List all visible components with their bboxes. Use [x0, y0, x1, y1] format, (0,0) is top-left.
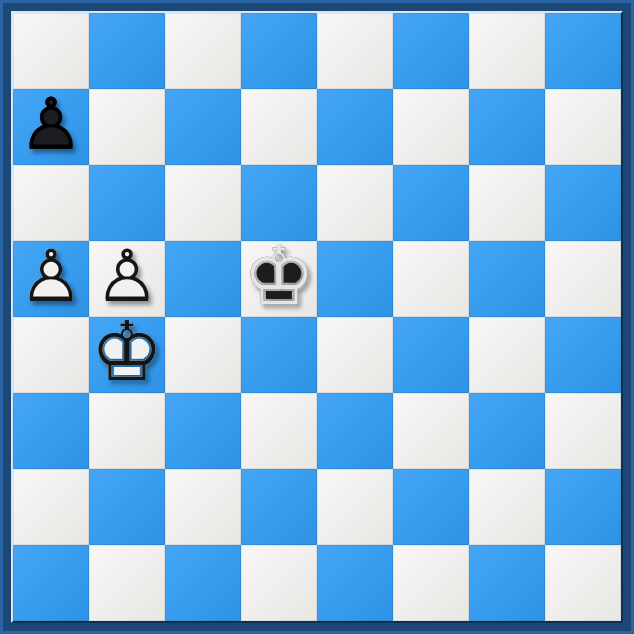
square-c6[interactable] — [165, 165, 241, 241]
square-f1[interactable] — [393, 545, 469, 621]
square-e7[interactable] — [317, 89, 393, 165]
square-d5[interactable]: ♚♔ — [241, 241, 317, 317]
square-b6[interactable] — [89, 165, 165, 241]
square-g1[interactable] — [469, 545, 545, 621]
square-c4[interactable] — [165, 317, 241, 393]
square-c8[interactable] — [165, 13, 241, 89]
black-king-outline-glyph: ♔ — [242, 235, 316, 317]
square-d3[interactable] — [241, 393, 317, 469]
square-e3[interactable] — [317, 393, 393, 469]
square-a5[interactable]: ♟♙ — [13, 241, 89, 317]
square-g5[interactable] — [469, 241, 545, 317]
square-a7[interactable]: ♟♙ — [13, 89, 89, 165]
square-f7[interactable] — [393, 89, 469, 165]
square-e1[interactable] — [317, 545, 393, 621]
square-b1[interactable] — [89, 545, 165, 621]
square-d8[interactable] — [241, 13, 317, 89]
square-a4[interactable] — [13, 317, 89, 393]
square-b2[interactable] — [89, 469, 165, 545]
square-g8[interactable] — [469, 13, 545, 89]
square-e5[interactable] — [317, 241, 393, 317]
square-a6[interactable] — [13, 165, 89, 241]
chess-board: ♟♙♟♙♟♙♚♔♚♔ — [11, 11, 623, 623]
square-g3[interactable] — [469, 393, 545, 469]
square-a8[interactable] — [13, 13, 89, 89]
square-g4[interactable] — [469, 317, 545, 393]
square-f3[interactable] — [393, 393, 469, 469]
square-c5[interactable] — [165, 241, 241, 317]
white-pawn-outline-glyph: ♙ — [95, 240, 160, 312]
square-a3[interactable] — [13, 393, 89, 469]
square-h2[interactable] — [545, 469, 621, 545]
piece-black-pawn-a7[interactable]: ♟♙ — [13, 89, 89, 165]
square-h8[interactable] — [545, 13, 621, 89]
square-h3[interactable] — [545, 393, 621, 469]
square-d7[interactable] — [241, 89, 317, 165]
square-c3[interactable] — [165, 393, 241, 469]
square-c1[interactable] — [165, 545, 241, 621]
board-frame: ♟♙♟♙♟♙♚♔♚♔ — [0, 0, 634, 634]
square-d2[interactable] — [241, 469, 317, 545]
square-h4[interactable] — [545, 317, 621, 393]
square-f8[interactable] — [393, 13, 469, 89]
square-g7[interactable] — [469, 89, 545, 165]
square-h6[interactable] — [545, 165, 621, 241]
square-b3[interactable] — [89, 393, 165, 469]
square-c7[interactable] — [165, 89, 241, 165]
square-b8[interactable] — [89, 13, 165, 89]
square-h1[interactable] — [545, 545, 621, 621]
square-e4[interactable] — [317, 317, 393, 393]
white-king-outline-glyph: ♔ — [90, 311, 164, 393]
square-d4[interactable] — [241, 317, 317, 393]
black-pawn-outline-glyph: ♙ — [19, 88, 84, 160]
square-f5[interactable] — [393, 241, 469, 317]
square-g2[interactable] — [469, 469, 545, 545]
square-f2[interactable] — [393, 469, 469, 545]
square-g6[interactable] — [469, 165, 545, 241]
square-f6[interactable] — [393, 165, 469, 241]
white-pawn-outline-glyph: ♙ — [19, 240, 84, 312]
square-d1[interactable] — [241, 545, 317, 621]
square-b4[interactable]: ♚♔ — [89, 317, 165, 393]
square-e2[interactable] — [317, 469, 393, 545]
square-a2[interactable] — [13, 469, 89, 545]
square-b7[interactable] — [89, 89, 165, 165]
square-h5[interactable] — [545, 241, 621, 317]
square-e6[interactable] — [317, 165, 393, 241]
piece-black-king-d5[interactable]: ♚♔ — [241, 241, 317, 317]
square-f4[interactable] — [393, 317, 469, 393]
piece-white-pawn-a5[interactable]: ♟♙ — [13, 241, 89, 317]
square-h7[interactable] — [545, 89, 621, 165]
piece-white-king-b4[interactable]: ♚♔ — [89, 317, 165, 393]
square-a1[interactable] — [13, 545, 89, 621]
square-e8[interactable] — [317, 13, 393, 89]
square-c2[interactable] — [165, 469, 241, 545]
